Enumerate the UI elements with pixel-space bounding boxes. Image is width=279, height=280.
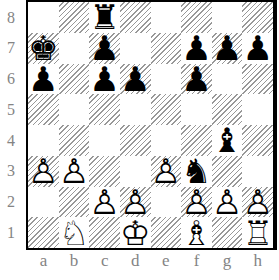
white-pawn[interactable]: ♙ [28, 156, 59, 187]
file-label-e: e [150, 251, 181, 271]
black-pawn[interactable]: ♟ [212, 33, 243, 64]
square-c7[interactable]: ♟ [89, 33, 120, 64]
rank-label-1: 1 [1, 217, 21, 248]
square-e8[interactable] [151, 2, 182, 33]
white-pawn[interactable]: ♙ [242, 187, 273, 218]
file-label-f: f [181, 251, 212, 271]
square-g4[interactable]: ♝ [212, 125, 243, 156]
square-c8[interactable]: ♜ [89, 2, 120, 33]
white-rook-fill: ♜ [242, 217, 273, 248]
black-pawn[interactable]: ♟ [181, 64, 212, 95]
square-d5[interactable] [120, 94, 151, 125]
square-e4[interactable] [151, 125, 182, 156]
square-b3[interactable]: ♟♙ [59, 156, 90, 187]
square-a2[interactable] [28, 187, 59, 218]
square-a5[interactable] [28, 94, 59, 125]
white-pawn[interactable]: ♙ [59, 156, 90, 187]
square-f8[interactable] [181, 2, 212, 33]
white-pawn-fill: ♟ [28, 156, 59, 187]
black-knight[interactable]: ♞ [181, 156, 212, 187]
black-rook[interactable]: ♜ [89, 2, 120, 33]
square-c4[interactable] [89, 125, 120, 156]
square-d2[interactable]: ♟♙ [120, 187, 151, 218]
square-d1[interactable]: ♚♔ [120, 217, 151, 248]
square-f4[interactable] [181, 125, 212, 156]
file-label-c: c [89, 251, 120, 271]
square-f7[interactable]: ♟ [181, 33, 212, 64]
black-pawn[interactable]: ♟ [120, 64, 151, 95]
square-a3[interactable]: ♟♙ [28, 156, 59, 187]
white-king[interactable]: ♔ [120, 217, 151, 248]
rank-label-5: 5 [1, 94, 21, 125]
square-g5[interactable] [212, 94, 243, 125]
black-pawn[interactable]: ♟ [242, 33, 273, 64]
square-a8[interactable] [28, 2, 59, 33]
rank-label-4: 4 [1, 125, 21, 156]
black-pawn[interactable]: ♟ [89, 33, 120, 64]
chessboard[interactable]: ♜♚♟♟♟♟♟♟♟♟♝♟♙♟♙♟♙♞♟♙♟♙♟♙♟♙♟♙♞♘♚♔♝♗♜♖ [26, 0, 277, 250]
file-labels: abcdefgh [28, 251, 273, 279]
square-b4[interactable] [59, 125, 90, 156]
square-e6[interactable] [151, 64, 182, 95]
white-pawn[interactable]: ♙ [89, 187, 120, 218]
white-bishop[interactable]: ♗ [181, 217, 212, 248]
square-b2[interactable] [59, 187, 90, 218]
white-knight-fill: ♞ [59, 217, 90, 248]
black-bishop[interactable]: ♝ [212, 125, 243, 156]
square-a6[interactable]: ♟ [28, 64, 59, 95]
square-g3[interactable] [212, 156, 243, 187]
white-bishop-fill: ♝ [181, 217, 212, 248]
white-pawn[interactable]: ♙ [120, 187, 151, 218]
black-pawn[interactable]: ♟ [28, 64, 59, 95]
rank-label-7: 7 [1, 33, 21, 64]
square-c2[interactable]: ♟♙ [89, 187, 120, 218]
white-pawn-fill: ♟ [181, 187, 212, 218]
square-g7[interactable]: ♟ [212, 33, 243, 64]
white-pawn-fill: ♟ [59, 156, 90, 187]
square-h1[interactable]: ♜♖ [242, 217, 273, 248]
square-g8[interactable] [212, 2, 243, 33]
rank-label-2: 2 [1, 187, 21, 218]
white-pawn[interactable]: ♙ [151, 156, 182, 187]
square-h4[interactable] [242, 125, 273, 156]
square-b1[interactable]: ♞♘ [59, 217, 90, 248]
square-g1[interactable] [212, 217, 243, 248]
square-d8[interactable] [120, 2, 151, 33]
white-pawn-fill: ♟ [242, 187, 273, 218]
rank-label-6: 6 [1, 64, 21, 95]
white-king-fill: ♚ [120, 217, 151, 248]
square-e1[interactable] [151, 217, 182, 248]
white-pawn-fill: ♟ [151, 156, 182, 187]
square-f2[interactable]: ♟♙ [181, 187, 212, 218]
square-c1[interactable] [89, 217, 120, 248]
square-c3[interactable] [89, 156, 120, 187]
square-f3[interactable]: ♞ [181, 156, 212, 187]
square-g2[interactable]: ♟♙ [212, 187, 243, 218]
file-label-g: g [212, 251, 243, 271]
square-a1[interactable] [28, 217, 59, 248]
square-a4[interactable] [28, 125, 59, 156]
square-d3[interactable] [120, 156, 151, 187]
rank-label-8: 8 [1, 2, 21, 33]
square-h8[interactable] [242, 2, 273, 33]
square-b5[interactable] [59, 94, 90, 125]
black-king[interactable]: ♚ [28, 33, 59, 64]
white-pawn-fill: ♟ [212, 187, 243, 218]
square-h5[interactable] [242, 94, 273, 125]
file-label-b: b [59, 251, 90, 271]
square-e5[interactable] [151, 94, 182, 125]
black-pawn[interactable]: ♟ [181, 33, 212, 64]
square-c5[interactable] [89, 94, 120, 125]
square-h6[interactable] [242, 64, 273, 95]
square-h3[interactable] [242, 156, 273, 187]
rank-label-3: 3 [1, 156, 21, 187]
white-pawn[interactable]: ♙ [181, 187, 212, 218]
square-f1[interactable]: ♝♗ [181, 217, 212, 248]
square-h2[interactable]: ♟♙ [242, 187, 273, 218]
square-f5[interactable] [181, 94, 212, 125]
white-pawn-fill: ♟ [120, 187, 151, 218]
square-c6[interactable]: ♟ [89, 64, 120, 95]
square-b7[interactable] [59, 33, 90, 64]
white-pawn-fill: ♟ [89, 187, 120, 218]
file-label-a: a [28, 251, 59, 271]
square-f6[interactable]: ♟ [181, 64, 212, 95]
white-knight[interactable]: ♘ [59, 217, 90, 248]
square-e7[interactable] [151, 33, 182, 64]
square-e3[interactable]: ♟♙ [151, 156, 182, 187]
square-d6[interactable]: ♟ [120, 64, 151, 95]
black-pawn[interactable]: ♟ [89, 64, 120, 95]
file-label-h: h [242, 251, 273, 271]
square-d4[interactable] [120, 125, 151, 156]
square-g6[interactable] [212, 64, 243, 95]
white-pawn[interactable]: ♙ [212, 187, 243, 218]
square-d7[interactable] [120, 33, 151, 64]
chess-diagram: 87654321 ♜♚♟♟♟♟♟♟♟♟♝♟♙♟♙♟♙♞♟♙♟♙♟♙♟♙♟♙♞♘♚… [0, 0, 279, 280]
square-b6[interactable] [59, 64, 90, 95]
square-h7[interactable]: ♟ [242, 33, 273, 64]
square-e2[interactable] [151, 187, 182, 218]
white-rook[interactable]: ♖ [242, 217, 273, 248]
square-b8[interactable] [59, 2, 90, 33]
rank-labels: 87654321 [0, 2, 24, 248]
file-label-d: d [120, 251, 151, 271]
square-a7[interactable]: ♚ [28, 33, 59, 64]
